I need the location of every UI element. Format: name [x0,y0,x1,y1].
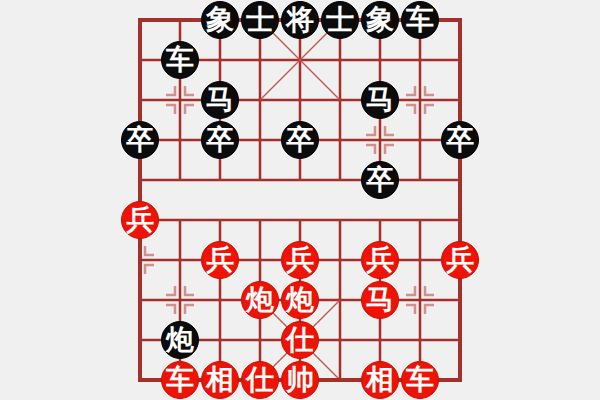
intersection-c4r8[interactable]: 仕 [280,320,320,360]
intersection-c0r7[interactable] [120,280,160,320]
intersection-c1r4[interactable] [160,160,200,200]
intersection-c4r0[interactable]: 将 [280,0,320,40]
intersection-c6r0[interactable]: 象 [360,0,400,40]
intersection-c6r7[interactable]: 马 [360,280,400,320]
intersection-c1r9[interactable]: 车 [160,360,200,400]
intersection-c5r2[interactable] [320,80,360,120]
intersection-c2r2[interactable]: 马 [200,80,240,120]
intersection-c7r0[interactable]: 车 [400,0,440,40]
intersection-c8r7[interactable] [440,280,480,320]
intersection-c1r7[interactable] [160,280,200,320]
intersection-c8r0[interactable] [440,0,480,40]
intersection-c8r3[interactable]: 卒 [440,120,480,160]
piece-red-chariot[interactable]: 车 [401,361,439,399]
intersection-c1r5[interactable] [160,200,200,240]
intersection-c7r6[interactable] [400,240,440,280]
intersection-c2r3[interactable]: 卒 [200,120,240,160]
intersection-c2r9[interactable]: 相 [200,360,240,400]
intersection-c5r7[interactable] [320,280,360,320]
piece-black-advisor[interactable]: 士 [321,1,359,39]
intersection-c5r0[interactable]: 士 [320,0,360,40]
piece-red-soldier[interactable]: 兵 [281,241,319,279]
intersection-c2r6[interactable]: 兵 [200,240,240,280]
piece-black-cannon[interactable]: 炮 [161,321,199,359]
intersection-c6r2[interactable]: 马 [360,80,400,120]
intersection-c6r1[interactable] [360,40,400,80]
intersection-c1r3[interactable] [160,120,200,160]
intersection-c1r6[interactable] [160,240,200,280]
intersection-c4r5[interactable] [280,200,320,240]
intersection-c8r6[interactable]: 兵 [440,240,480,280]
intersection-c2r7[interactable] [200,280,240,320]
intersection-c0r9[interactable] [120,360,160,400]
intersection-c7r4[interactable] [400,160,440,200]
intersection-c7r2[interactable] [400,80,440,120]
intersection-c0r6[interactable] [120,240,160,280]
intersection-c8r9[interactable] [440,360,480,400]
intersection-c0r4[interactable] [120,160,160,200]
piece-red-advisor[interactable]: 仕 [281,321,319,359]
intersection-c6r5[interactable] [360,200,400,240]
intersection-c2r4[interactable] [200,160,240,200]
intersection-c7r5[interactable] [400,200,440,240]
intersection-c5r3[interactable] [320,120,360,160]
piece-black-elephant[interactable]: 象 [361,1,399,39]
intersection-c6r9[interactable]: 相 [360,360,400,400]
xiangqi-board: 象士将士象车车马马卒卒卒卒卒兵兵兵兵兵炮炮马炮仕车相仕帅相车 [0,0,600,400]
intersection-c4r2[interactable] [280,80,320,120]
intersection-c0r5[interactable]: 兵 [120,200,160,240]
intersection-c3r8[interactable] [240,320,280,360]
intersection-c8r2[interactable] [440,80,480,120]
intersection-c8r5[interactable] [440,200,480,240]
piece-black-soldier[interactable]: 卒 [441,121,479,159]
intersection-c3r6[interactable] [240,240,280,280]
intersection-c2r0[interactable]: 象 [200,0,240,40]
intersection-c3r1[interactable] [240,40,280,80]
piece-red-soldier[interactable]: 兵 [441,241,479,279]
piece-red-soldier[interactable]: 兵 [361,241,399,279]
intersection-c3r4[interactable] [240,160,280,200]
intersection-c4r6[interactable]: 兵 [280,240,320,280]
piece-red-elephant[interactable]: 相 [201,361,239,399]
intersection-c0r8[interactable] [120,320,160,360]
piece-black-elephant[interactable]: 象 [201,1,239,39]
intersection-c3r7[interactable]: 炮 [240,280,280,320]
piece-black-soldier[interactable]: 卒 [361,161,399,199]
piece-red-soldier[interactable]: 兵 [121,201,159,239]
intersection-c7r8[interactable] [400,320,440,360]
intersection-c4r3[interactable]: 卒 [280,120,320,160]
intersection-c4r1[interactable] [280,40,320,80]
intersection-c0r0[interactable] [120,0,160,40]
intersection-c2r1[interactable] [200,40,240,80]
board-grid: 象士将士象车车马马卒卒卒卒卒兵兵兵兵兵炮炮马炮仕车相仕帅相车 [120,0,480,400]
intersection-c2r5[interactable] [200,200,240,240]
intersection-c6r4[interactable]: 卒 [360,160,400,200]
piece-red-soldier[interactable]: 兵 [201,241,239,279]
intersection-c5r9[interactable] [320,360,360,400]
intersection-c3r3[interactable] [240,120,280,160]
intersection-c3r9[interactable]: 仕 [240,360,280,400]
intersection-c8r4[interactable] [440,160,480,200]
intersection-c2r8[interactable] [200,320,240,360]
piece-black-soldier[interactable]: 卒 [121,121,159,159]
piece-black-chariot[interactable]: 车 [161,41,199,79]
piece-red-general[interactable]: 帅 [281,361,319,399]
piece-black-advisor[interactable]: 士 [241,1,279,39]
intersection-c4r4[interactable] [280,160,320,200]
intersection-c0r3[interactable]: 卒 [120,120,160,160]
piece-red-chariot[interactable]: 车 [161,361,199,399]
intersection-c3r5[interactable] [240,200,280,240]
piece-black-soldier[interactable]: 卒 [201,121,239,159]
piece-black-soldier[interactable]: 卒 [281,121,319,159]
intersection-c7r9[interactable]: 车 [400,360,440,400]
intersection-c0r2[interactable] [120,80,160,120]
intersection-c4r9[interactable]: 帅 [280,360,320,400]
intersection-c3r2[interactable] [240,80,280,120]
intersection-c5r1[interactable] [320,40,360,80]
intersection-c5r4[interactable] [320,160,360,200]
intersection-c1r0[interactable] [160,0,200,40]
intersection-c6r8[interactable] [360,320,400,360]
piece-red-advisor[interactable]: 仕 [241,361,279,399]
intersection-c7r7[interactable] [400,280,440,320]
intersection-c1r2[interactable] [160,80,200,120]
intersection-c8r1[interactable] [440,40,480,80]
intersection-c5r6[interactable] [320,240,360,280]
intersection-c7r3[interactable] [400,120,440,160]
piece-red-elephant[interactable]: 相 [361,361,399,399]
intersection-c5r5[interactable] [320,200,360,240]
intersection-c0r1[interactable] [120,40,160,80]
piece-black-chariot[interactable]: 车 [401,1,439,39]
intersection-c3r0[interactable]: 士 [240,0,280,40]
intersection-c1r8[interactable]: 炮 [160,320,200,360]
piece-red-cannon[interactable]: 炮 [241,281,279,319]
piece-black-horse[interactable]: 马 [361,81,399,119]
piece-black-general[interactable]: 将 [281,1,319,39]
intersection-c7r1[interactable] [400,40,440,80]
intersection-c4r7[interactable]: 炮 [280,280,320,320]
piece-red-horse[interactable]: 马 [361,281,399,319]
piece-red-cannon[interactable]: 炮 [281,281,319,319]
intersection-c6r6[interactable]: 兵 [360,240,400,280]
piece-black-horse[interactable]: 马 [201,81,239,119]
intersection-c8r8[interactable] [440,320,480,360]
intersection-c6r3[interactable] [360,120,400,160]
intersection-c5r8[interactable] [320,320,360,360]
intersection-c1r1[interactable]: 车 [160,40,200,80]
